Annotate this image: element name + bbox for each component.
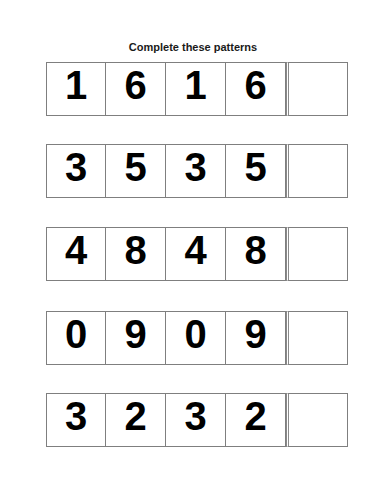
worksheet-page: Complete these patterns 1 6 1 6 3 5 3 5 …: [0, 0, 386, 500]
answer-cell[interactable]: [286, 144, 348, 198]
answer-cell[interactable]: [286, 311, 348, 365]
pattern-row-1: 1 6 1 6: [46, 62, 348, 116]
pattern-cell: 0: [46, 311, 106, 365]
pattern-cell: 3: [46, 393, 106, 447]
pattern-cell: 8: [226, 227, 286, 281]
pattern-cell: 4: [166, 227, 226, 281]
pattern-row-4: 0 9 0 9: [46, 311, 348, 365]
pattern-cell: 1: [166, 62, 226, 116]
pattern-cell: 5: [226, 144, 286, 198]
worksheet-title: Complete these patterns: [0, 41, 386, 53]
pattern-cell: 9: [106, 311, 166, 365]
pattern-cell: 6: [106, 62, 166, 116]
pattern-cell: 5: [106, 144, 166, 198]
pattern-cell: 8: [106, 227, 166, 281]
pattern-cell: 3: [166, 144, 226, 198]
pattern-cell: 3: [46, 144, 106, 198]
pattern-cell: 3: [166, 393, 226, 447]
answer-cell[interactable]: [286, 393, 348, 447]
answer-cell[interactable]: [286, 227, 348, 281]
pattern-row-2: 3 5 3 5: [46, 144, 348, 198]
pattern-cell: 0: [166, 311, 226, 365]
pattern-cell: 4: [46, 227, 106, 281]
pattern-cell: 6: [226, 62, 286, 116]
pattern-cell: 2: [106, 393, 166, 447]
pattern-cell: 1: [46, 62, 106, 116]
answer-cell[interactable]: [286, 62, 348, 116]
pattern-row-3: 4 8 4 8: [46, 227, 348, 281]
pattern-cell: 9: [226, 311, 286, 365]
pattern-row-5: 3 2 3 2: [46, 393, 348, 447]
pattern-cell: 2: [226, 393, 286, 447]
